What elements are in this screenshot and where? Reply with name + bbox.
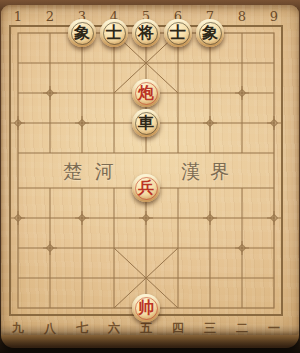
top-file-label: 8 bbox=[238, 10, 246, 23]
river-label-left: 楚河 bbox=[63, 162, 127, 181]
top-file-label: 1 bbox=[14, 10, 22, 23]
position-marker bbox=[267, 211, 281, 225]
top-file-label: 9 bbox=[270, 10, 278, 23]
bottom-file-label: 七 bbox=[76, 322, 88, 334]
piece-glyph: 炮 bbox=[138, 85, 154, 101]
position-marker bbox=[11, 211, 25, 225]
position-marker bbox=[43, 86, 57, 100]
bottom-file-label: 五 bbox=[140, 322, 152, 334]
top-file-label: 2 bbox=[46, 10, 54, 23]
position-marker bbox=[235, 241, 249, 255]
piece-black-elephant[interactable]: 象 bbox=[196, 19, 224, 47]
position-marker bbox=[43, 241, 57, 255]
xiangqi-app: 123456789 九八七六五四三二一 楚河 漢界 象士将士象炮車兵帅 bbox=[0, 0, 300, 353]
piece-red-general[interactable]: 帅 bbox=[132, 294, 160, 322]
river-label-right: 漢界 bbox=[181, 162, 239, 181]
piece-red-cannon[interactable]: 炮 bbox=[132, 79, 160, 107]
piece-glyph: 士 bbox=[170, 25, 186, 41]
piece-black-advisor[interactable]: 士 bbox=[100, 19, 128, 47]
piece-black-chariot[interactable]: 車 bbox=[132, 109, 160, 137]
piece-glyph: 兵 bbox=[138, 180, 154, 196]
position-marker bbox=[11, 116, 25, 130]
piece-glyph: 象 bbox=[202, 25, 218, 41]
piece-glyph: 象 bbox=[74, 25, 90, 41]
piece-glyph: 車 bbox=[138, 115, 154, 131]
bottom-file-label: 一 bbox=[268, 322, 280, 334]
bottom-file-label: 三 bbox=[204, 322, 216, 334]
piece-black-elephant[interactable]: 象 bbox=[68, 19, 96, 47]
bottom-file-label: 九 bbox=[12, 322, 24, 334]
bottom-file-label: 二 bbox=[236, 322, 248, 334]
position-marker bbox=[235, 86, 249, 100]
bottom-file-label: 四 bbox=[172, 322, 184, 334]
piece-glyph: 将 bbox=[138, 25, 154, 41]
position-marker bbox=[267, 116, 281, 130]
piece-black-advisor[interactable]: 士 bbox=[164, 19, 192, 47]
position-marker bbox=[139, 211, 153, 225]
piece-red-soldier[interactable]: 兵 bbox=[132, 174, 160, 202]
position-marker bbox=[203, 116, 217, 130]
position-marker bbox=[203, 211, 217, 225]
position-marker bbox=[75, 116, 89, 130]
bottom-file-label: 八 bbox=[44, 322, 56, 334]
piece-glyph: 士 bbox=[106, 25, 122, 41]
piece-glyph: 帅 bbox=[138, 300, 154, 316]
position-marker bbox=[75, 211, 89, 225]
piece-black-general[interactable]: 将 bbox=[132, 19, 160, 47]
bottom-file-label: 六 bbox=[108, 322, 120, 334]
